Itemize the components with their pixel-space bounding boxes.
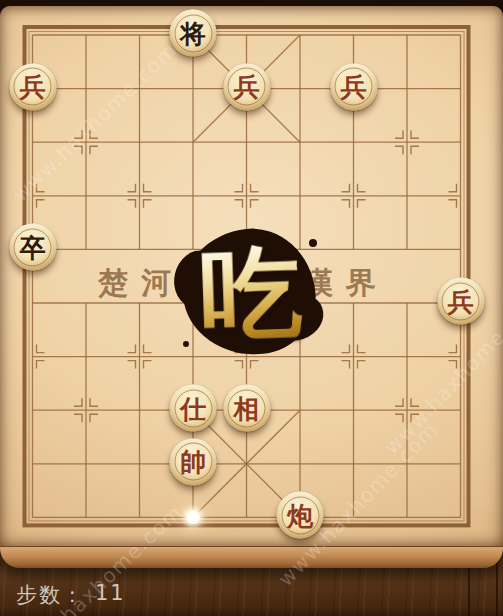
capture-effect-eat-character: 吃	[198, 241, 303, 346]
piece-character: 兵	[330, 63, 377, 110]
step-counter-label: 步数：	[16, 581, 85, 609]
piece-character: 卒	[9, 224, 56, 271]
piece-character: 帥	[170, 438, 217, 485]
last-move-origin-marker	[186, 510, 201, 525]
piece-red-仕-file3-rank7[interactable]: 仕	[170, 385, 217, 432]
piece-red-兵-file8-rank5[interactable]: 兵	[437, 278, 484, 325]
piece-red-兵-file0-rank1[interactable]: 兵	[9, 63, 56, 110]
piece-red-兵-file6-rank1[interactable]: 兵	[330, 63, 377, 110]
piece-red-帥-file3-rank8[interactable]: 帥	[170, 438, 217, 485]
piece-red-相-file4-rank7[interactable]: 相	[223, 385, 270, 432]
piece-character: 兵	[437, 278, 484, 325]
ink-splatter-dot	[309, 239, 317, 247]
piece-character: 兵	[223, 63, 270, 110]
piece-black-将-file3-rank0[interactable]: 将	[170, 10, 217, 57]
piece-character: 仕	[170, 385, 217, 432]
piece-black-卒-file0-rank4[interactable]: 卒	[9, 224, 56, 271]
ink-splatter-dot	[183, 341, 189, 347]
piece-character: 将	[170, 10, 217, 57]
piece-character: 相	[223, 385, 270, 432]
piece-red-兵-file4-rank1[interactable]: 兵	[223, 63, 270, 110]
step-counter: 步数： 11	[16, 581, 126, 609]
xiangqi-game-screen: 楚河 漢界 将兵兵兵卒兵仕相帥炮 吃 www.haxhome.com www.h…	[0, 0, 503, 616]
piece-character: 炮	[277, 492, 324, 539]
piece-red-炮-file5-rank9[interactable]: 炮	[277, 492, 324, 539]
table-plank-seam	[496, 556, 498, 616]
piece-character: 兵	[9, 63, 56, 110]
step-counter-value: 11	[95, 581, 126, 609]
board-edge-bevel	[0, 546, 503, 568]
